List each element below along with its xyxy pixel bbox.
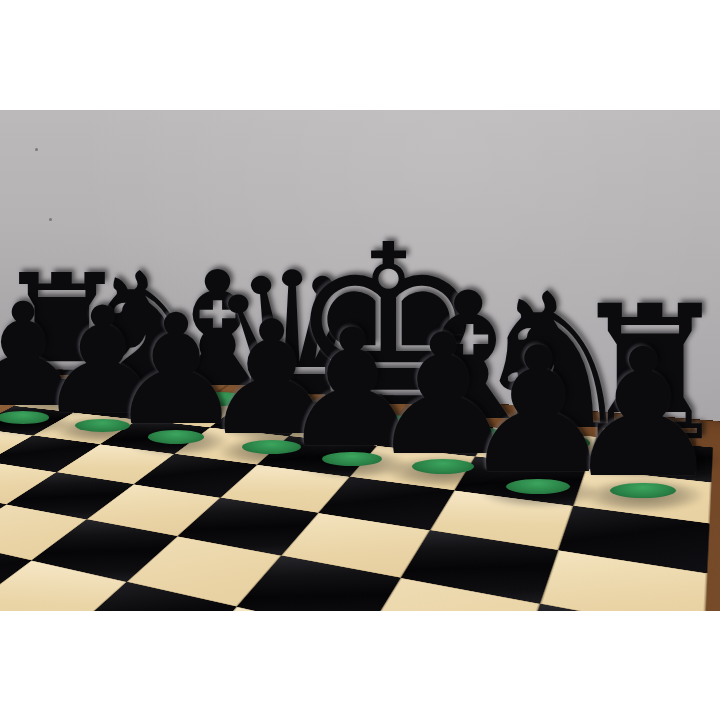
chess-piece-glyph: ♟ — [564, 326, 720, 503]
product-photo-stage: ♜♞♝♛♚♝♞♜♟♟♟♟♟♟♟♟ — [0, 0, 720, 720]
photo-area: ♜♞♝♛♚♝♞♜♟♟♟♟♟♟♟♟ — [0, 110, 720, 611]
white-band-bottom — [0, 611, 720, 720]
board-scene: ♜♞♝♛♚♝♞♜♟♟♟♟♟♟♟♟ — [0, 110, 720, 611]
white-band-top — [0, 0, 720, 110]
